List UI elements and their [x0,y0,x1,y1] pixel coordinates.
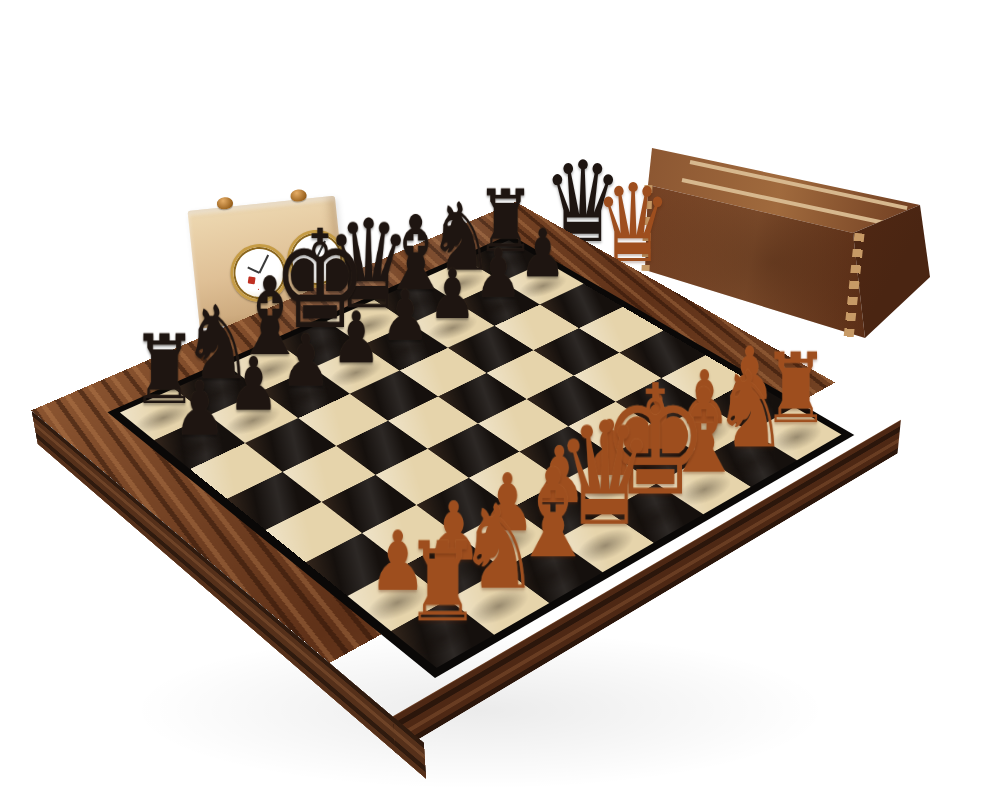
chess-set-photo: ♛ ♛ ♜♞♝♚♛♝♞♜♟♟♟♟♟♟♟♟♟♟♟♟♟♟♟♟♜♞♝♛♚♝♞♜ [0,0,1000,800]
square-a1[interactable]: ♜ [391,599,494,667]
piece-glyph: ♜ [404,528,481,638]
piece-glyph: ♟ [428,259,476,328]
chess-board: ♜♞♝♚♛♝♞♜♟♟♟♟♟♟♟♟♟♟♟♟♟♟♟♟♜♞♝♛♚♝♞♜ [31,202,933,743]
board-playing-area: ♜♞♝♚♛♝♞♜♟♟♟♟♟♟♟♟♟♟♟♟♟♟♟♟♜♞♝♛♚♝♞♜ [107,235,854,678]
piece-glyph: ♟ [173,371,225,446]
board-stage: ♜♞♝♚♛♝♞♜♟♟♟♟♟♟♟♟♟♟♟♟♟♟♟♟♜♞♝♛♚♝♞♜ [158,104,798,744]
piece-glyph: ♟ [228,347,280,421]
board-frame: ♜♞♝♚♛♝♞♜♟♟♟♟♟♟♟♟♟♟♟♟♟♟♟♟♜♞♝♛♚♝♞♜ [31,202,933,743]
piece-glyph: ♟ [381,280,430,350]
piece-glyph: ♟ [475,239,523,307]
piece-glyph: ♟ [331,302,381,373]
piece-glyph: ♟ [280,324,331,396]
piece-glyph: ♟ [519,219,566,286]
